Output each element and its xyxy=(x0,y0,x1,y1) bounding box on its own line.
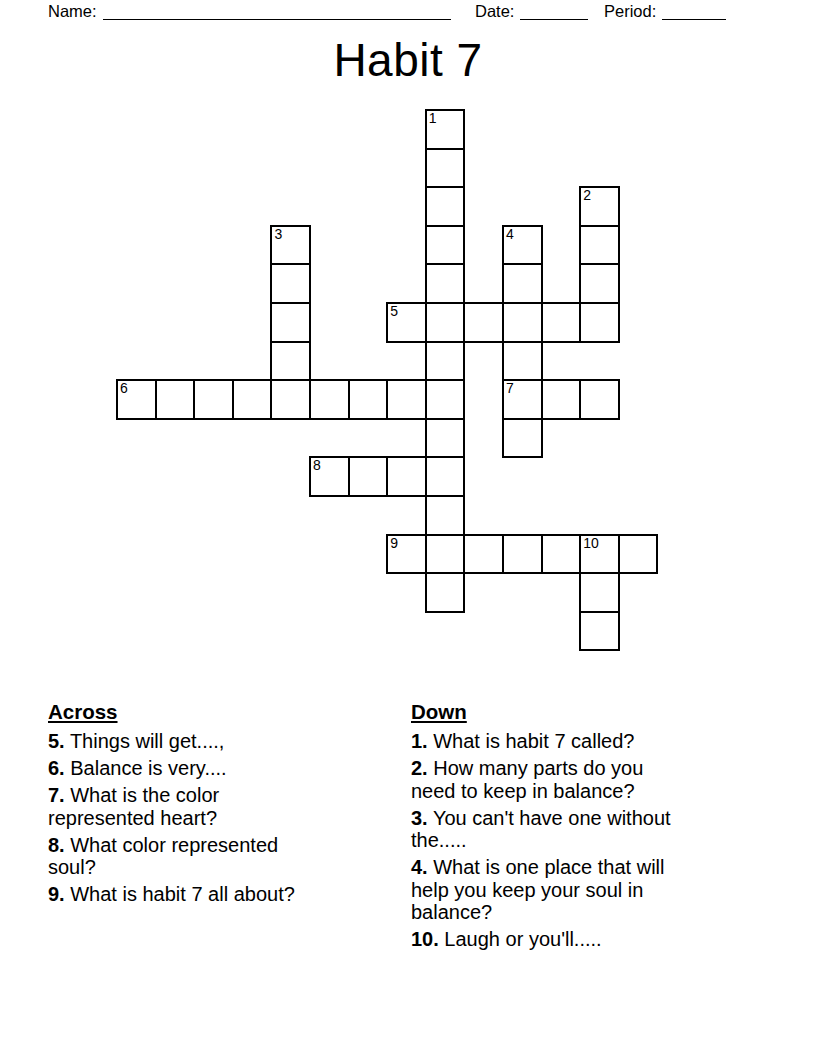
across-clue-6: 6. Balance is very.... xyxy=(48,757,400,780)
cell-r7c8[interactable] xyxy=(425,379,466,420)
down-clue-10: 10. Laugh or you'll..... xyxy=(411,928,745,951)
cell-r8c10[interactable] xyxy=(502,418,543,459)
name-label: Name: xyxy=(48,2,97,20)
cell-r7c11[interactable] xyxy=(541,379,582,420)
down-clue-4-number: 4. xyxy=(411,856,428,878)
across-header: Across xyxy=(48,700,400,724)
cell-r9c8[interactable] xyxy=(425,456,466,497)
cell-r11c11[interactable] xyxy=(541,534,582,575)
down-clue-1: 1. What is habit 7 called? xyxy=(411,730,745,753)
name-blank-line[interactable] xyxy=(103,4,451,20)
cell-r11c8[interactable] xyxy=(425,534,466,575)
cell-r4c8[interactable] xyxy=(425,263,466,304)
cell-r11c7[interactable]: 9 xyxy=(386,534,427,575)
down-clue-2-number: 2. xyxy=(411,757,428,779)
worksheet-page: Name: Date: Period: Habit 7 12345678910 … xyxy=(0,0,816,1056)
cell-r4c4[interactable] xyxy=(270,263,311,304)
date-field: Date: xyxy=(475,0,588,22)
cell-r5c10[interactable] xyxy=(502,302,543,343)
clue-number-1: 1 xyxy=(429,111,437,126)
clue-number-4: 4 xyxy=(506,227,514,242)
clue-number-7: 7 xyxy=(506,381,514,396)
clue-number-9: 9 xyxy=(390,536,398,551)
cell-r9c7[interactable] xyxy=(386,456,427,497)
puzzle-title: Habit 7 xyxy=(0,33,816,87)
across-clue-9: 9. What is habit 7 all about? xyxy=(48,883,400,906)
cell-r7c6[interactable] xyxy=(348,379,389,420)
cell-r12c8[interactable] xyxy=(425,572,466,613)
cell-r0c8[interactable]: 1 xyxy=(425,109,466,150)
cell-r7c4[interactable] xyxy=(270,379,311,420)
cell-r7c0[interactable]: 6 xyxy=(116,379,157,420)
cell-r9c6[interactable] xyxy=(348,456,389,497)
cell-r4c10[interactable] xyxy=(502,263,543,304)
down-header: Down xyxy=(411,700,745,724)
down-clue-3: 3. You can't have one withoutthe..... xyxy=(411,807,745,852)
cell-r7c12[interactable] xyxy=(579,379,620,420)
cell-r7c3[interactable] xyxy=(232,379,273,420)
cell-r5c4[interactable] xyxy=(270,302,311,343)
across-clue-8-number: 8. xyxy=(48,834,65,856)
cell-r6c4[interactable] xyxy=(270,341,311,382)
cell-r6c10[interactable] xyxy=(502,341,543,382)
down-clue-4: 4. What is one place that willhelp you k… xyxy=(411,856,745,924)
across-clues-section: Across 5. Things will get....,6. Balance… xyxy=(48,700,400,910)
cell-r7c1[interactable] xyxy=(155,379,196,420)
cell-r5c12[interactable] xyxy=(579,302,620,343)
down-clue-1-number: 1. xyxy=(411,730,428,752)
cell-r10c8[interactable] xyxy=(425,495,466,536)
cell-r11c13[interactable] xyxy=(618,534,659,575)
cell-r5c7[interactable]: 5 xyxy=(386,302,427,343)
cell-r4c12[interactable] xyxy=(579,263,620,304)
across-clue-5-number: 5. xyxy=(48,730,65,752)
down-clue-10-number: 10. xyxy=(411,928,439,950)
across-clue-list: 5. Things will get....,6. Balance is ver… xyxy=(48,730,400,906)
cell-r5c9[interactable] xyxy=(463,302,504,343)
cell-r7c10[interactable]: 7 xyxy=(502,379,543,420)
cell-r7c7[interactable] xyxy=(386,379,427,420)
cell-r8c8[interactable] xyxy=(425,418,466,459)
across-clue-9-number: 9. xyxy=(48,883,65,905)
clue-number-8: 8 xyxy=(313,458,321,473)
clue-number-10: 10 xyxy=(583,536,599,551)
cell-r6c8[interactable] xyxy=(425,341,466,382)
name-field: Name: xyxy=(48,0,451,22)
clue-number-3: 3 xyxy=(274,227,282,242)
cell-r11c12[interactable]: 10 xyxy=(579,534,620,575)
date-label: Date: xyxy=(475,2,514,20)
clue-number-5: 5 xyxy=(390,304,398,319)
cell-r9c5[interactable]: 8 xyxy=(309,456,350,497)
cell-r3c12[interactable] xyxy=(579,225,620,266)
across-clue-7: 7. What is the colorrepresented heart? xyxy=(48,784,400,829)
cell-r3c4[interactable]: 3 xyxy=(270,225,311,266)
cell-r11c10[interactable] xyxy=(502,534,543,575)
clue-number-2: 2 xyxy=(583,188,591,203)
period-blank-line[interactable] xyxy=(662,4,726,20)
down-clue-3-number: 3. xyxy=(411,807,428,829)
cell-r3c8[interactable] xyxy=(425,225,466,266)
across-clue-8: 8. What color representedsoul? xyxy=(48,834,400,879)
cell-r2c12[interactable]: 2 xyxy=(579,186,620,227)
cell-r1c8[interactable] xyxy=(425,148,466,189)
cell-r2c8[interactable] xyxy=(425,186,466,227)
clue-number-6: 6 xyxy=(120,381,128,396)
cell-r5c8[interactable] xyxy=(425,302,466,343)
cell-r7c2[interactable] xyxy=(193,379,234,420)
down-clue-2: 2. How many parts do youneed to keep in … xyxy=(411,757,745,802)
across-clue-5: 5. Things will get...., xyxy=(48,730,400,753)
down-clue-list: 1. What is habit 7 called?2. How many pa… xyxy=(411,730,745,951)
cell-r7c5[interactable] xyxy=(309,379,350,420)
crossword-grid: 12345678910 xyxy=(116,109,659,652)
cell-r13c12[interactable] xyxy=(579,611,620,652)
date-blank-line[interactable] xyxy=(520,4,588,20)
cell-r5c11[interactable] xyxy=(541,302,582,343)
across-clue-6-number: 6. xyxy=(48,757,65,779)
cell-r12c12[interactable] xyxy=(579,572,620,613)
cell-r3c10[interactable]: 4 xyxy=(502,225,543,266)
period-label: Period: xyxy=(604,2,656,20)
cell-r11c9[interactable] xyxy=(463,534,504,575)
across-clue-7-number: 7. xyxy=(48,784,65,806)
down-clues-section: Down 1. What is habit 7 called?2. How ma… xyxy=(411,700,745,955)
period-field: Period: xyxy=(604,0,726,22)
